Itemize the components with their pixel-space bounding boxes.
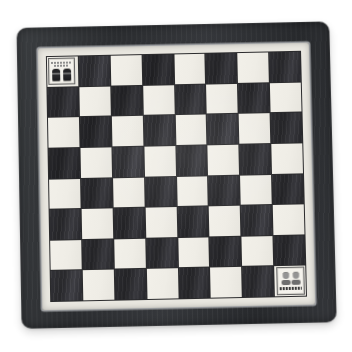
- square-d6: [143, 115, 174, 145]
- square-g3: [241, 205, 273, 235]
- square-e3: [177, 206, 209, 236]
- square-b8: [79, 56, 110, 86]
- square-d7: [143, 85, 174, 115]
- square-d3: [145, 207, 177, 237]
- square-c7: [111, 86, 142, 116]
- square-f6: [207, 114, 238, 144]
- square-g7: [238, 83, 269, 113]
- square-h6: [271, 113, 303, 143]
- square-a6: [48, 117, 79, 147]
- square-g4: [240, 175, 272, 205]
- square-d2: [146, 238, 178, 268]
- square-a1: [51, 271, 82, 301]
- square-c3: [113, 208, 144, 238]
- square-g6: [239, 113, 271, 143]
- square-h5: [271, 143, 303, 173]
- stamp-microtext-line: [280, 286, 302, 289]
- square-g1: [242, 267, 274, 297]
- square-c6: [112, 116, 143, 146]
- square-b5: [80, 147, 111, 177]
- square-f1: [210, 267, 242, 297]
- square-b1: [83, 270, 115, 300]
- stamp-microtext-line: [54, 65, 69, 67]
- square-h4: [272, 174, 304, 204]
- square-f4: [208, 175, 240, 205]
- square-e7: [175, 84, 206, 114]
- square-d5: [144, 146, 175, 176]
- square-f7: [206, 84, 237, 114]
- board-mat: [38, 43, 315, 311]
- square-a5: [49, 148, 80, 178]
- square-c1: [115, 269, 147, 299]
- square-h2: [274, 235, 306, 265]
- square-f3: [209, 206, 241, 236]
- square-g2: [242, 236, 274, 266]
- square-b6: [80, 117, 111, 147]
- square-c8: [110, 55, 141, 85]
- square-d4: [145, 177, 176, 207]
- square-c2: [114, 239, 146, 269]
- square-f5: [208, 145, 240, 175]
- board-photo: [0, 0, 352, 352]
- maker-stamp-bottom-right: [276, 267, 305, 296]
- square-d1: [147, 269, 179, 299]
- square-e4: [177, 176, 209, 206]
- portraits-icon: [280, 270, 301, 285]
- square-b3: [81, 208, 112, 238]
- square-c4: [113, 177, 144, 207]
- square-g5: [240, 144, 272, 174]
- square-e2: [178, 237, 210, 267]
- square-f8: [206, 53, 237, 83]
- square-h3: [273, 204, 305, 234]
- square-b4: [81, 178, 112, 208]
- square-c5: [112, 147, 143, 177]
- square-b7: [79, 86, 110, 116]
- square-h8: [269, 52, 300, 82]
- maker-stamp-top-left: [48, 57, 75, 84]
- square-a7: [47, 87, 78, 117]
- chess-pieces-icon: [52, 68, 71, 80]
- chess-piece-figure: [52, 69, 60, 81]
- square-d8: [142, 54, 173, 84]
- checkerboard-grid: [46, 51, 307, 302]
- square-f2: [210, 236, 242, 266]
- square-e5: [176, 145, 207, 175]
- square-a3: [50, 209, 81, 239]
- board-frame: [16, 21, 336, 328]
- square-a2: [50, 240, 81, 270]
- square-e1: [178, 268, 210, 298]
- square-e6: [175, 115, 206, 145]
- chess-piece-figure: [63, 68, 71, 80]
- square-a4: [49, 179, 80, 209]
- square-e8: [174, 54, 205, 84]
- square-h7: [270, 82, 302, 112]
- square-b2: [82, 239, 113, 269]
- square-g8: [238, 52, 269, 82]
